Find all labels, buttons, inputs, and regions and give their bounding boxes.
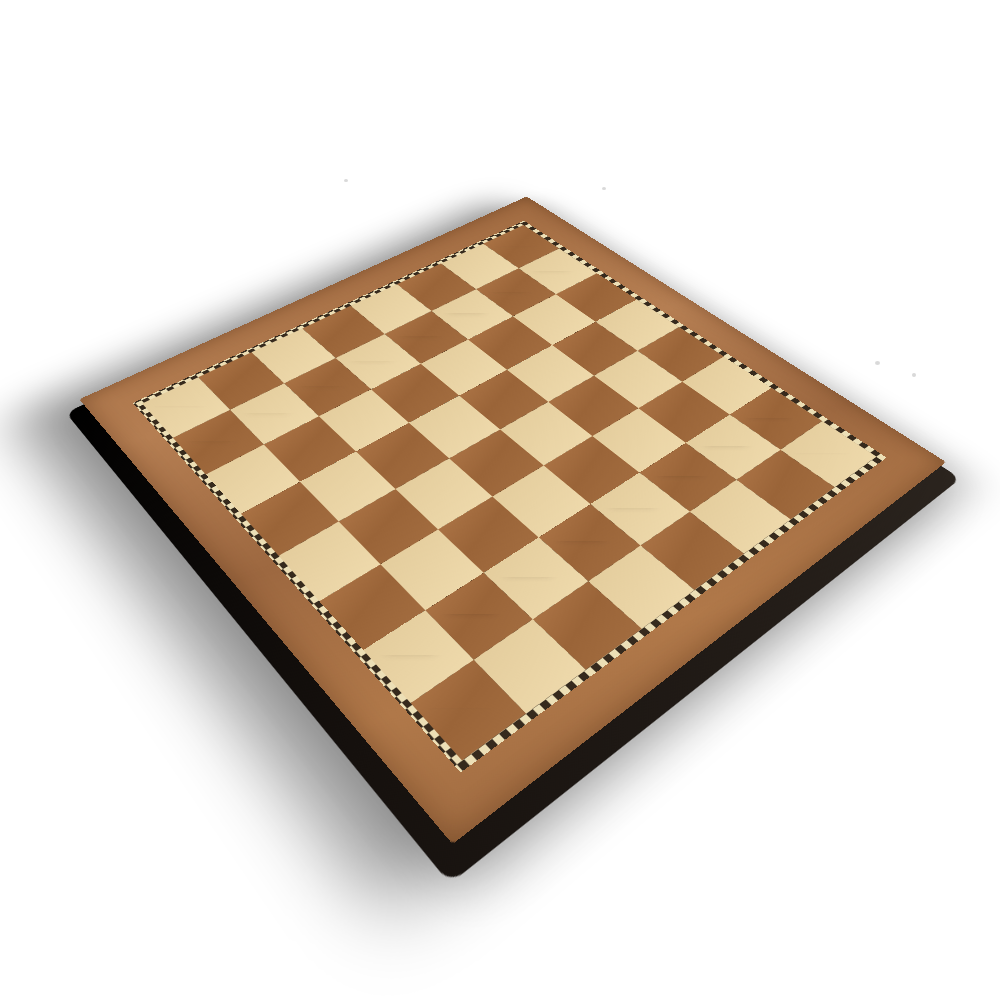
dust-speck xyxy=(875,361,880,365)
dust-speck xyxy=(602,187,606,190)
dust-speck xyxy=(912,373,916,377)
photo-scene: ♜♞♝♛♚♝♞♜♟♟♟♟♟♟♟♟♛♛♟♟♟♟♟♟♟♟♜♞♝♛♚♝♞♜ xyxy=(0,0,1000,1000)
board-grid: ♜♞♝♛♚♝♞♜♟♟♟♟♟♟♟♟♛♛♟♟♟♟♟♟♟♟♜♞♝♛♚♝♞♜ xyxy=(142,225,876,761)
square-h8[interactable]: ♜ xyxy=(411,660,526,761)
chess-board: ♜♞♝♛♚♝♞♜♟♟♟♟♟♟♟♟♛♛♟♟♟♟♟♟♟♟♜♞♝♛♚♝♞♜ xyxy=(79,197,946,845)
square-h3[interactable] xyxy=(206,445,300,514)
board-mahogany-frame: ♜♞♝♛♚♝♞♜♟♟♟♟♟♟♟♟♛♛♟♟♟♟♟♟♟♟♜♞♝♛♚♝♞♜ xyxy=(79,196,946,844)
board-inlay-border: ♜♞♝♛♚♝♞♜♟♟♟♟♟♟♟♟♛♛♟♟♟♟♟♟♟♟♜♞♝♛♚♝♞♜ xyxy=(133,221,887,773)
